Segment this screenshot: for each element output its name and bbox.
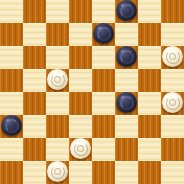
square-r3c5 [115,69,138,92]
square-r5c1 [23,115,46,138]
square-r7c3 [69,161,92,184]
white-man[interactable] [162,92,183,113]
square-r2c6 [138,46,161,69]
square-r4c5[interactable] [115,92,138,115]
square-r4c2 [46,92,69,115]
white-man[interactable] [162,46,183,67]
square-r1c7 [161,23,184,46]
square-r5c6[interactable] [138,115,161,138]
square-r5c2[interactable] [46,115,69,138]
square-r1c3 [69,23,92,46]
square-r4c3[interactable] [69,92,92,115]
white-man[interactable] [47,161,68,182]
square-r5c4[interactable] [92,115,115,138]
black-man[interactable] [1,115,22,136]
square-r1c6[interactable] [138,23,161,46]
black-man[interactable] [116,46,137,67]
square-r1c4[interactable] [92,23,115,46]
black-man[interactable] [116,0,137,21]
square-r3c1 [23,69,46,92]
square-r7c5 [115,161,138,184]
square-r0c2 [46,0,69,23]
square-r7c4[interactable] [92,161,115,184]
square-r6c3[interactable] [69,138,92,161]
square-r3c3 [69,69,92,92]
square-r2c4 [92,46,115,69]
square-r2c7[interactable] [161,46,184,69]
square-r2c1[interactable] [23,46,46,69]
square-r0c3[interactable] [69,0,92,23]
white-man[interactable] [70,138,91,159]
square-r1c0[interactable] [0,23,23,46]
square-r7c1 [23,161,46,184]
square-r1c1 [23,23,46,46]
square-r5c0[interactable] [0,115,23,138]
square-r0c1[interactable] [23,0,46,23]
square-r4c4 [92,92,115,115]
square-r3c2[interactable] [46,69,69,92]
square-r4c1[interactable] [23,92,46,115]
black-man[interactable] [93,23,114,44]
square-r3c4[interactable] [92,69,115,92]
square-r0c7[interactable] [161,0,184,23]
square-r5c5 [115,115,138,138]
square-r7c2[interactable] [46,161,69,184]
square-r6c6 [138,138,161,161]
black-man[interactable] [116,92,137,113]
square-r1c5 [115,23,138,46]
square-r4c0 [0,92,23,115]
square-r6c2 [46,138,69,161]
white-man[interactable] [47,69,68,90]
square-r2c2 [46,46,69,69]
square-r2c5[interactable] [115,46,138,69]
square-r0c5[interactable] [115,0,138,23]
square-r5c3 [69,115,92,138]
square-r0c4 [92,0,115,23]
square-r2c0 [0,46,23,69]
square-r3c7 [161,69,184,92]
square-r6c7[interactable] [161,138,184,161]
checkers-board [0,0,184,184]
square-r6c0 [0,138,23,161]
square-r7c0[interactable] [0,161,23,184]
square-r0c0 [0,0,23,23]
square-r5c7 [161,115,184,138]
square-r4c6 [138,92,161,115]
square-r2c3[interactable] [69,46,92,69]
square-r4c7[interactable] [161,92,184,115]
square-r3c0[interactable] [0,69,23,92]
square-r7c6[interactable] [138,161,161,184]
square-r7c7 [161,161,184,184]
square-r3c6[interactable] [138,69,161,92]
square-r6c4 [92,138,115,161]
square-r1c2[interactable] [46,23,69,46]
square-r0c6 [138,0,161,23]
square-r6c5[interactable] [115,138,138,161]
square-r6c1[interactable] [23,138,46,161]
